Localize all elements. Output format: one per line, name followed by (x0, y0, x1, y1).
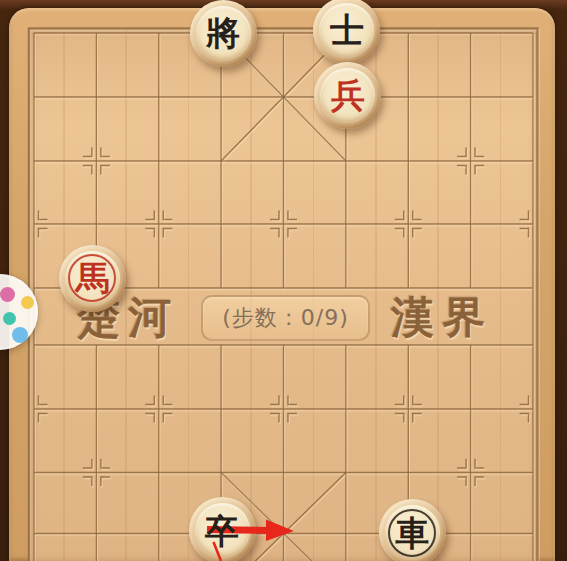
piece-black-chariot[interactable]: 車 (379, 499, 446, 561)
piece-face: 將 (196, 6, 251, 61)
piece-black-soldier[interactable]: 卒 (189, 497, 256, 561)
xiangqi-puzzle-screen: 楚河 漢界 (步数：0/9) 將士兵馬卒車 (0, 0, 567, 561)
piece-face: 馬 (65, 251, 120, 306)
piece-character: 將 (206, 16, 240, 50)
step-counter: (步数：0/9) (201, 295, 370, 341)
piece-character: 兵 (331, 78, 365, 112)
piece-red-soldier[interactable]: 兵 (314, 62, 381, 129)
piece-face: 士 (319, 3, 374, 58)
piece-face: 兵 (320, 68, 375, 123)
piece-face: 車 (385, 505, 440, 560)
piece-black-general[interactable]: 將 (190, 0, 257, 67)
piece-red-horse[interactable]: 馬 (59, 245, 126, 312)
float-dot-pink-icon (0, 287, 15, 302)
river-label-chu-he: 楚河 (38, 294, 218, 340)
piece-character: 卒 (205, 514, 239, 548)
piece-character: 士 (330, 13, 364, 47)
float-dot-yellow-icon (21, 296, 34, 309)
float-dot-blue-icon (12, 327, 28, 343)
float-dot-teal-icon (3, 312, 16, 325)
river-label-han-jie: 漢界 (352, 294, 532, 340)
piece-character: 車 (395, 516, 429, 550)
piece-face: 卒 (195, 503, 250, 558)
step-counter-text: (步数：0/9) (222, 303, 349, 333)
piece-character: 馬 (75, 261, 109, 295)
piece-black-advisor[interactable]: 士 (313, 0, 380, 64)
